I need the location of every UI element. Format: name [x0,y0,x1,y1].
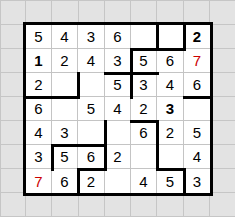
cell-r6c6[interactable] [157,145,184,169]
cell-r2c5[interactable]: 5 [131,49,157,73]
region-border-segment[interactable] [77,168,107,171]
cell-r6c4[interactable]: 2 [105,145,131,169]
cell-r5c2[interactable]: 3 [52,121,78,145]
cell-r2c2[interactable]: 2 [52,49,78,73]
cell-r3c7[interactable]: 6 [184,73,210,97]
region-border-segment[interactable] [77,72,80,99]
cell-r7c5[interactable]: 4 [131,169,157,193]
region-border-segment[interactable] [104,72,159,75]
applet-canvas: 54362124356725346654234362535624762453 [0,0,235,217]
cell-r4c6[interactable]: 3 [157,97,184,121]
cell-r2c7[interactable]: 7 [184,49,210,73]
cell-r6c3[interactable]: 6 [78,145,105,169]
puzzle-board[interactable]: 54362124356725346654234362535624762453 [23,22,213,196]
cell-r3c1[interactable]: 2 [26,73,52,97]
cell-r2c1[interactable]: 1 [26,49,52,73]
cell-r2c3[interactable]: 4 [78,49,105,73]
cell-r3c2[interactable] [52,73,78,97]
cell-r7c1[interactable]: 7 [26,169,52,193]
region-border-segment[interactable] [130,48,186,51]
cell-r5c7[interactable]: 5 [184,121,210,145]
cell-r4c3[interactable]: 5 [78,97,105,121]
cell-r7c3[interactable]: 2 [78,169,105,193]
cell-r7c7[interactable]: 3 [184,169,210,193]
region-border-segment[interactable] [51,144,54,171]
region-border-segment[interactable] [156,24,159,51]
cell-r3c4[interactable]: 5 [105,73,131,97]
region-border-segment[interactable] [130,120,159,123]
cell-r4c2[interactable] [52,97,78,121]
cell-r1c6[interactable] [157,25,184,49]
cell-r1c4[interactable]: 6 [105,25,131,49]
cell-r7c4[interactable] [105,169,131,193]
cell-r1c7[interactable]: 2 [184,25,210,49]
cell-r4c4[interactable]: 4 [105,97,131,121]
cell-r4c5[interactable]: 2 [131,97,157,121]
cell-r1c1[interactable]: 5 [26,25,52,49]
region-border-segment[interactable] [183,24,186,51]
cell-r1c5[interactable] [131,25,157,49]
region-border-segment[interactable] [25,96,80,99]
cell-r3c6[interactable]: 4 [157,73,184,97]
cell-r2c4[interactable]: 3 [105,49,131,73]
cell-r2c6[interactable]: 6 [157,49,184,73]
cell-r6c1[interactable]: 3 [26,145,52,169]
cell-r6c5[interactable] [131,145,157,169]
cell-r4c1[interactable]: 6 [26,97,52,121]
region-border-segment[interactable] [156,120,159,171]
cell-r5c3[interactable] [78,121,105,145]
region-border-segment[interactable] [183,96,212,99]
cell-r3c3[interactable] [78,73,105,97]
region-border-segment[interactable] [183,168,186,195]
cell-r5c5[interactable]: 6 [131,121,157,145]
cell-r7c6[interactable]: 5 [157,169,184,193]
cell-r5c6[interactable]: 2 [157,121,184,145]
cell-r7c2[interactable]: 6 [52,169,78,193]
cell-r4c7[interactable] [184,97,210,121]
cell-r6c2[interactable]: 5 [52,145,78,169]
region-border-segment[interactable] [77,168,80,195]
cell-r3c5[interactable]: 3 [131,73,157,97]
cell-r1c3[interactable]: 3 [78,25,105,49]
region-border-segment[interactable] [156,168,186,171]
region-border-segment[interactable] [51,144,107,147]
cell-r1c2[interactable]: 4 [52,25,78,49]
cell-r5c4[interactable] [105,121,131,145]
cell-r5c1[interactable]: 4 [26,121,52,145]
cell-r6c7[interactable]: 4 [184,145,210,169]
